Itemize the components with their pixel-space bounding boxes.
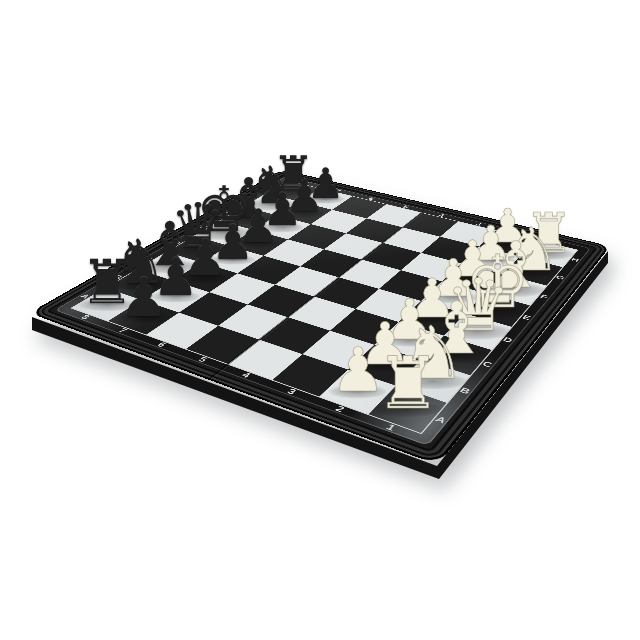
board-shadow: AA88BB77CC66DD55EE44FF33GG22HH11 xyxy=(0,0,640,640)
chess-board: AA88BB77CC66DD55EE44FF33GG22HH11 xyxy=(29,170,610,465)
product-photo-stage: AA88BB77CC66DD55EE44FF33GG22HH11 ♜♞♝♛♚♝♞… xyxy=(0,0,640,640)
